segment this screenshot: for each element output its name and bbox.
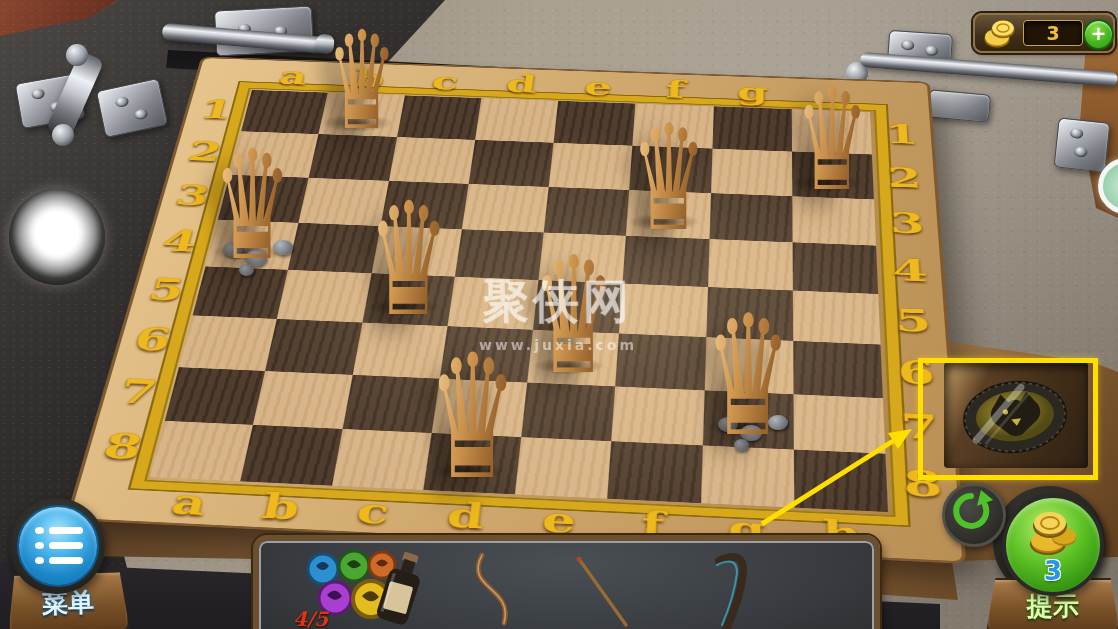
square-h8[interactable] bbox=[794, 449, 888, 512]
rank-label-right-5: 5 bbox=[894, 302, 932, 339]
square-e1[interactable] bbox=[554, 101, 636, 146]
screw-icon bbox=[31, 88, 46, 100]
hinge-cap bbox=[66, 44, 88, 66]
queen-a4[interactable]: ♛ bbox=[213, 131, 292, 282]
queen-g7[interactable]: ♛ bbox=[705, 294, 792, 461]
file-label-top-g: g bbox=[737, 78, 768, 106]
file-label-top-c: c bbox=[430, 67, 461, 95]
metal-plate-right2 bbox=[927, 89, 991, 122]
screw-icon bbox=[1074, 146, 1088, 157]
square-a6[interactable] bbox=[179, 316, 277, 371]
file-label-top-d: d bbox=[505, 70, 539, 98]
square-b8[interactable] bbox=[240, 425, 342, 486]
square-g3[interactable] bbox=[709, 193, 792, 242]
touch-indicator bbox=[9, 189, 105, 285]
square-d4[interactable] bbox=[455, 229, 544, 280]
square-d2[interactable] bbox=[468, 140, 553, 187]
square-h7[interactable] bbox=[793, 394, 885, 454]
rank-label-right-2: 2 bbox=[887, 162, 923, 194]
add-coins-button[interactable]: + bbox=[1083, 19, 1114, 50]
metal-plate-right3 bbox=[1054, 117, 1111, 172]
queen-d8[interactable]: ♛ bbox=[428, 333, 518, 505]
game-scene: abcdefgabcdefgh1234567812345678 ♛♛♛♛♛♛♛♛… bbox=[0, 0, 1118, 629]
queen-e6[interactable]: ♛ bbox=[532, 236, 616, 398]
queen-f3[interactable]: ♛ bbox=[631, 105, 707, 251]
screw-icon bbox=[115, 96, 130, 108]
gold-coins-icon bbox=[1020, 506, 1084, 556]
screw-icon bbox=[1070, 128, 1084, 139]
highlight-box bbox=[918, 358, 1098, 480]
menu-button-face bbox=[17, 505, 99, 587]
square-f6[interactable] bbox=[615, 334, 705, 390]
hook-blade-item bbox=[717, 557, 743, 627]
square-c1[interactable] bbox=[397, 95, 481, 140]
file-label-bottom-b: b bbox=[259, 486, 304, 527]
screw-icon bbox=[925, 45, 939, 56]
square-h4[interactable] bbox=[792, 242, 878, 294]
screw-icon bbox=[134, 108, 149, 120]
square-f8[interactable] bbox=[607, 441, 702, 503]
coin-count: 3 bbox=[1024, 22, 1082, 44]
coin-panel: 3 + bbox=[973, 13, 1115, 53]
restart-button[interactable] bbox=[942, 483, 1006, 547]
square-e2[interactable] bbox=[549, 143, 633, 190]
square-g2[interactable] bbox=[711, 149, 792, 196]
queen-b1[interactable]: ♛ bbox=[326, 14, 397, 150]
square-f5[interactable] bbox=[619, 284, 707, 338]
square-h6[interactable] bbox=[793, 341, 883, 398]
square-h5[interactable] bbox=[793, 290, 881, 344]
queen-c5[interactable]: ♛ bbox=[368, 182, 450, 339]
rank-label-right-3: 3 bbox=[889, 207, 925, 241]
menu-button[interactable] bbox=[9, 498, 105, 594]
square-a7[interactable] bbox=[165, 367, 266, 425]
coin-count-field: 3 bbox=[1023, 20, 1083, 46]
file-label-top-a: a bbox=[277, 62, 311, 89]
hint-button[interactable]: 3 bbox=[1002, 494, 1104, 596]
square-d1[interactable] bbox=[475, 98, 558, 143]
rank-label-right-1: 1 bbox=[885, 119, 920, 150]
recycle-arrow-icon bbox=[945, 486, 997, 538]
gold-coins-icon bbox=[981, 17, 1021, 49]
file-label-top-e: e bbox=[583, 73, 613, 101]
straight-stick-item bbox=[576, 556, 626, 625]
file-label-bottom-c: c bbox=[354, 490, 393, 531]
menu-list-icon bbox=[35, 527, 44, 534]
queen-h2[interactable]: ♛ bbox=[796, 71, 870, 212]
square-f7[interactable] bbox=[612, 386, 705, 445]
square-c7[interactable] bbox=[342, 374, 439, 432]
hinge-cap bbox=[52, 124, 74, 146]
square-g1[interactable] bbox=[712, 106, 792, 151]
square-b4[interactable] bbox=[288, 223, 380, 274]
screw-icon bbox=[901, 40, 915, 51]
inventory-progress: 4/5 bbox=[293, 607, 328, 629]
square-c8[interactable] bbox=[331, 429, 431, 490]
square-a8[interactable] bbox=[150, 421, 253, 482]
square-b7[interactable] bbox=[253, 371, 352, 429]
square-e8[interactable] bbox=[515, 437, 612, 499]
hint-count: 3 bbox=[1006, 556, 1100, 586]
rank-label-right-4: 4 bbox=[892, 253, 929, 288]
inventory-tray: 4/5 bbox=[253, 535, 880, 629]
square-b6[interactable] bbox=[265, 319, 361, 374]
